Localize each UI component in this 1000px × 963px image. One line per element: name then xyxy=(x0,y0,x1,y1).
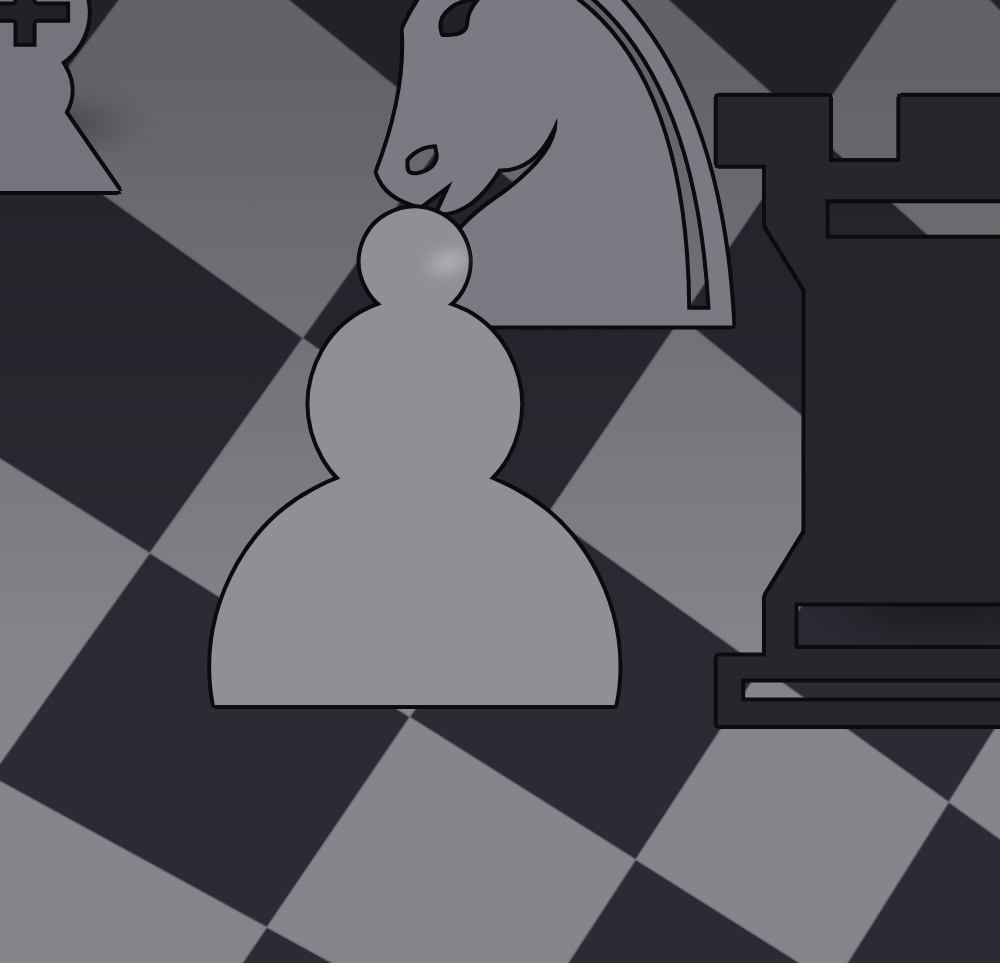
white-pawn[interactable]: ♟ xyxy=(110,130,720,810)
chess-scene: ♝ ♞ ♜ ♟ xyxy=(0,0,1000,963)
